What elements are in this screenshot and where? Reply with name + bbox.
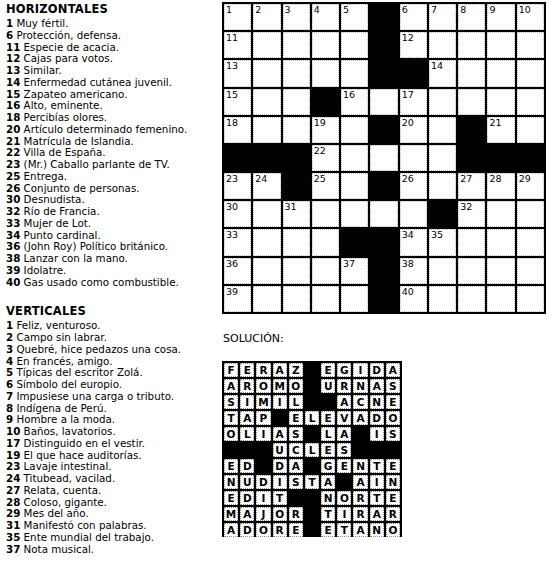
puzzle-cell-r3c1: 13 bbox=[224, 60, 251, 86]
puzzle-cell-r7c9: 27 bbox=[458, 173, 485, 199]
cell-number-3: 3 bbox=[285, 4, 291, 15]
cell-number-5: 5 bbox=[343, 4, 349, 15]
solution-cell-r4c9: A bbox=[353, 411, 367, 425]
solution-cell-r9c7: N bbox=[321, 491, 335, 505]
solution-cell-r8c3: D bbox=[256, 475, 270, 489]
puzzle-black-cell-r6c11 bbox=[517, 145, 544, 171]
puzzle-cell-r2c8 bbox=[429, 32, 456, 58]
clue-text: Protección, defensa. bbox=[13, 29, 121, 41]
clue-number: 18 bbox=[6, 111, 20, 123]
clue-text: Cajas para votos. bbox=[20, 52, 113, 64]
clue-text: Lanzar con la mano. bbox=[20, 252, 128, 264]
puzzle-cell-r5c3 bbox=[283, 117, 310, 143]
solution-cell-r6c8: S bbox=[337, 443, 351, 457]
puzzle-black-cell-r6c10 bbox=[487, 145, 514, 171]
puzzle-black-cell-r7c6 bbox=[370, 173, 397, 199]
puzzle-cell-r9c9 bbox=[458, 229, 485, 255]
puzzle-cell-r1c2: 2 bbox=[253, 4, 280, 30]
puzzle-black-cell-r4c4 bbox=[312, 89, 339, 115]
cell-number-36: 36 bbox=[226, 258, 238, 269]
puzzle-cell-r11c2 bbox=[253, 286, 280, 312]
cell-number-24: 24 bbox=[255, 173, 267, 184]
puzzle-cell-r8c10 bbox=[487, 201, 514, 227]
down-title: VERTICALES bbox=[6, 305, 220, 318]
solution-cell-r3c11: E bbox=[386, 395, 400, 409]
puzzle-cell-r10c3 bbox=[283, 258, 310, 284]
solution-cell-r11c4: R bbox=[273, 523, 287, 537]
solution-cell-r9c9: R bbox=[353, 491, 367, 505]
solution-cell-r3c9: C bbox=[353, 395, 367, 409]
clue-text: Campo sin labrar. bbox=[13, 331, 107, 343]
puzzle-black-cell-r7c3 bbox=[283, 173, 310, 199]
solution-cell-r11c5: E bbox=[289, 523, 303, 537]
solution-black-cell-r6c2 bbox=[240, 443, 254, 457]
solution-cell-r8c10: I bbox=[370, 475, 384, 489]
solution-black-cell-r8c8 bbox=[337, 475, 351, 489]
puzzle-cell-r4c8 bbox=[429, 89, 456, 115]
clue-text: (John Roy) Político británico. bbox=[20, 240, 168, 252]
puzzle-cell-r6c6 bbox=[370, 145, 397, 171]
clue-text: Relata, cuenta. bbox=[20, 484, 101, 496]
cell-number-21: 21 bbox=[489, 117, 501, 128]
clue-number: 26 bbox=[6, 182, 20, 194]
solution-black-cell-r6c3 bbox=[256, 443, 270, 457]
puzzle-cell-r3c2 bbox=[253, 60, 280, 86]
solution-black-cell-r4c4 bbox=[273, 411, 287, 425]
solution-cell-r9c11: E bbox=[386, 491, 400, 505]
clues-panel: HORIZONTALES 1 Muy fértil.6 Protección, … bbox=[6, 3, 220, 555]
clue-text: Punto cardinal. bbox=[20, 229, 100, 241]
solution-cell-r9c4: T bbox=[273, 491, 287, 505]
clue-number: 19 bbox=[6, 449, 20, 461]
puzzle-cell-r5c1: 18 bbox=[224, 117, 251, 143]
solution-cell-r4c7: E bbox=[321, 411, 335, 425]
puzzle-cell-r8c4 bbox=[312, 201, 339, 227]
solution-black-cell-r3c7 bbox=[321, 395, 335, 409]
solution-cell-r7c7: G bbox=[321, 459, 335, 473]
puzzle-cell-r8c6 bbox=[370, 201, 397, 227]
solution-black-cell-r2c6 bbox=[305, 379, 319, 393]
puzzle-black-cell-r5c6 bbox=[370, 117, 397, 143]
cell-number-15: 15 bbox=[226, 89, 238, 100]
puzzle-cell-r3c4 bbox=[312, 60, 339, 86]
clue-text: Manifestó con palabras. bbox=[20, 519, 146, 531]
clue-number: 27 bbox=[6, 484, 20, 496]
clue-text: Idolatre. bbox=[20, 264, 66, 276]
clue-number: 38 bbox=[6, 252, 20, 264]
solution-cell-r8c1: N bbox=[224, 475, 238, 489]
puzzle-cell-r1c9: 8 bbox=[458, 4, 485, 30]
puzzle-cell-r4c5: 16 bbox=[341, 89, 368, 115]
solution-black-cell-r5c6 bbox=[305, 427, 319, 441]
solution-cell-r6c5: C bbox=[289, 443, 303, 457]
solution-cell-r11c2: D bbox=[240, 523, 254, 537]
puzzle-cell-r1c1: 1 bbox=[224, 4, 251, 30]
solution-cell-r3c4: I bbox=[273, 395, 287, 409]
cell-number-11: 11 bbox=[226, 32, 238, 43]
puzzle-cell-r6c4: 22 bbox=[312, 145, 339, 171]
clue-text: Matrícula de Islandia. bbox=[20, 135, 133, 147]
solution-black-cell-r9c5 bbox=[289, 491, 303, 505]
solution-cell-r5c7: L bbox=[321, 427, 335, 441]
solution-cell-r5c11: S bbox=[386, 427, 400, 441]
solution-cell-r7c10: T bbox=[370, 459, 384, 473]
clue-text: Titubead, vacilad. bbox=[20, 472, 115, 484]
clue-text: Coloso, gigante. bbox=[20, 496, 107, 508]
cell-number-12: 12 bbox=[402, 32, 414, 43]
cell-number-20: 20 bbox=[402, 117, 414, 128]
clue-number: 21 bbox=[6, 135, 20, 147]
puzzle-cell-r9c2 bbox=[253, 229, 280, 255]
puzzle-cell-r4c2 bbox=[253, 89, 280, 115]
clue-number: 25 bbox=[6, 170, 20, 182]
solution-cell-r10c7: T bbox=[321, 507, 335, 521]
solution-cell-r4c11: O bbox=[386, 411, 400, 425]
clue-text: Conjunto de personas. bbox=[20, 182, 139, 194]
puzzle-cell-r9c11 bbox=[517, 229, 544, 255]
solution-black-cell-r3c6 bbox=[305, 395, 319, 409]
clue-text: Desnudista. bbox=[20, 193, 84, 205]
solution-cell-r3c1: S bbox=[224, 395, 238, 409]
puzzle-cell-r9c4 bbox=[312, 229, 339, 255]
solution-cell-r3c2: I bbox=[240, 395, 254, 409]
clue-number: 34 bbox=[6, 229, 20, 241]
clue-number: 13 bbox=[6, 64, 20, 76]
clue-text: Símbolo del europio. bbox=[13, 378, 122, 390]
puzzle-cell-r4c11 bbox=[517, 89, 544, 115]
solution-cell-r6c6: L bbox=[305, 443, 319, 457]
solution-cell-r7c2: D bbox=[240, 459, 254, 473]
solution-black-cell-r9c6 bbox=[305, 491, 319, 505]
puzzle-cell-r5c11 bbox=[517, 117, 544, 143]
puzzle-black-cell-r3c6 bbox=[370, 60, 397, 86]
cell-number-26: 26 bbox=[402, 173, 414, 184]
clue-number: 35 bbox=[6, 531, 20, 543]
clue-down-37: 37 Nota musical. bbox=[6, 544, 220, 556]
solution-cell-r5c5: S bbox=[289, 427, 303, 441]
puzzle-cell-r11c5 bbox=[341, 286, 368, 312]
clue-number: 16 bbox=[6, 99, 20, 111]
cell-number-37: 37 bbox=[343, 258, 355, 269]
puzzle-cell-r11c1: 39 bbox=[224, 286, 251, 312]
puzzle-black-cell-r9c5 bbox=[341, 229, 368, 255]
solution-cell-r8c9: A bbox=[353, 475, 367, 489]
solution-black-cell-r1c6 bbox=[305, 363, 319, 377]
cell-number-40: 40 bbox=[402, 286, 414, 297]
solution-cell-r3c8: A bbox=[337, 395, 351, 409]
solution-cell-r2c10: A bbox=[370, 379, 384, 393]
cell-number-29: 29 bbox=[519, 173, 531, 184]
solution-black-cell-r6c10 bbox=[370, 443, 384, 457]
cell-number-4: 4 bbox=[314, 4, 320, 15]
solution-cell-r11c3: O bbox=[256, 523, 270, 537]
solution-black-cell-r6c1 bbox=[224, 443, 238, 457]
cell-number-16: 16 bbox=[343, 89, 355, 100]
solution-cell-r11c7: E bbox=[321, 523, 335, 537]
cell-number-39: 39 bbox=[226, 286, 238, 297]
solution-cell-r10c5: R bbox=[289, 507, 303, 521]
puzzle-black-cell-r2c6 bbox=[370, 32, 397, 58]
cell-number-14: 14 bbox=[431, 60, 443, 71]
puzzle-cell-r5c10: 21 bbox=[487, 117, 514, 143]
clue-text: Quebré, hice pedazos una cosa. bbox=[13, 343, 181, 355]
puzzle-cell-r3c9 bbox=[458, 60, 485, 86]
puzzle-cell-r3c5 bbox=[341, 60, 368, 86]
clue-text: Baños, lavatorios. bbox=[20, 425, 115, 437]
puzzle-cell-r6c5 bbox=[341, 145, 368, 171]
puzzle-black-cell-r3c7 bbox=[400, 60, 427, 86]
solution-cell-r5c2: L bbox=[240, 427, 254, 441]
solution-cell-r9c8: O bbox=[337, 491, 351, 505]
puzzle-black-cell-r5c9 bbox=[458, 117, 485, 143]
puzzle-cell-r5c7: 20 bbox=[400, 117, 427, 143]
clue-text: Zapateo americano. bbox=[20, 88, 127, 100]
puzzle-cell-r2c11 bbox=[517, 32, 544, 58]
puzzle-cell-r11c7: 40 bbox=[400, 286, 427, 312]
solution-cell-r1c4: A bbox=[273, 363, 287, 377]
solution-cell-r2c7: U bbox=[321, 379, 335, 393]
cell-number-9: 9 bbox=[489, 4, 495, 15]
clue-text: Indígena de Perú. bbox=[13, 402, 107, 414]
puzzle-cell-r11c11 bbox=[517, 286, 544, 312]
clue-text: Hombre a la moda. bbox=[13, 413, 115, 425]
solution-cell-r4c6: L bbox=[305, 411, 319, 425]
solution-cell-r1c10: D bbox=[370, 363, 384, 377]
cell-number-25: 25 bbox=[314, 173, 326, 184]
solution-cell-r2c5: O bbox=[289, 379, 303, 393]
puzzle-cell-r2c7: 12 bbox=[400, 32, 427, 58]
clue-number: 36 bbox=[6, 240, 20, 252]
clue-text: Similar. bbox=[20, 64, 61, 76]
clue-text: Alto, eminente. bbox=[20, 99, 102, 111]
puzzle-cell-r10c9 bbox=[458, 258, 485, 284]
solution-cell-r1c7: E bbox=[321, 363, 335, 377]
cell-number-19: 19 bbox=[314, 117, 326, 128]
puzzle-black-cell-r8c8 bbox=[429, 201, 456, 227]
clue-text: Villa de España. bbox=[20, 146, 105, 158]
puzzle-black-cell-r1c6 bbox=[370, 4, 397, 30]
clue-text: Feliz, venturoso. bbox=[13, 319, 100, 331]
puzzle-cell-r1c3: 3 bbox=[283, 4, 310, 30]
solution-cell-r2c8: R bbox=[337, 379, 351, 393]
puzzle-cell-r7c1: 23 bbox=[224, 173, 251, 199]
puzzle-cell-r4c9 bbox=[458, 89, 485, 115]
puzzle-cell-r7c5 bbox=[341, 173, 368, 199]
solution-cell-r1c8: G bbox=[337, 363, 351, 377]
cell-number-18: 18 bbox=[226, 117, 238, 128]
puzzle-cell-r5c2 bbox=[253, 117, 280, 143]
solution-cell-r11c10: N bbox=[370, 523, 384, 537]
puzzle-cell-r1c5: 5 bbox=[341, 4, 368, 30]
solution-cell-r5c1: O bbox=[224, 427, 238, 441]
clue-number: 20 bbox=[6, 123, 20, 135]
solution-cell-r1c5: Z bbox=[289, 363, 303, 377]
cell-number-22: 22 bbox=[314, 145, 326, 156]
puzzle-cell-r3c8: 14 bbox=[429, 60, 456, 86]
puzzle-cell-r3c11 bbox=[517, 60, 544, 86]
clue-text: Enfermedad cutánea juvenil. bbox=[20, 76, 172, 88]
solution-cell-r4c1: T bbox=[224, 411, 238, 425]
solution-cell-r7c8: E bbox=[337, 459, 351, 473]
puzzle-cell-r3c3 bbox=[283, 60, 310, 86]
clue-number: 37 bbox=[6, 543, 20, 555]
cell-number-27: 27 bbox=[460, 173, 472, 184]
puzzle-cell-r5c5 bbox=[341, 117, 368, 143]
solution-black-cell-r7c3 bbox=[256, 459, 270, 473]
clue-text: Percibías olores. bbox=[20, 111, 107, 123]
clue-number: 31 bbox=[6, 519, 20, 531]
clue-number: 23 bbox=[6, 460, 20, 472]
solution-black-cell-r11c6 bbox=[305, 523, 319, 537]
puzzle-cell-r4c3 bbox=[283, 89, 310, 115]
cell-number-23: 23 bbox=[226, 173, 238, 184]
solution-cell-r10c11: R bbox=[386, 507, 400, 521]
solution-cell-r6c7: E bbox=[321, 443, 335, 457]
cell-number-28: 28 bbox=[489, 173, 501, 184]
solution-cell-r8c6: T bbox=[305, 475, 319, 489]
solution-cell-r8c2: U bbox=[240, 475, 254, 489]
solution-black-cell-r5c9 bbox=[353, 427, 367, 441]
puzzle-cell-r7c8 bbox=[429, 173, 456, 199]
clue-number: 12 bbox=[6, 52, 20, 64]
puzzle-cell-r8c1: 30 bbox=[224, 201, 251, 227]
solution-cell-r10c8: I bbox=[337, 507, 351, 521]
solution-black-cell-r7c6 bbox=[305, 459, 319, 473]
puzzle-cell-r11c10 bbox=[487, 286, 514, 312]
puzzle-cell-r9c8: 35 bbox=[429, 229, 456, 255]
cell-number-31: 31 bbox=[285, 201, 297, 212]
solution-cell-r5c8: A bbox=[337, 427, 351, 441]
clue-text: El que hace auditorías. bbox=[20, 449, 141, 461]
across-clue-list: 1 Muy fértil.6 Protección, defensa.11 Es… bbox=[6, 18, 220, 288]
puzzle-cell-r10c8 bbox=[429, 258, 456, 284]
solution-cell-r11c9: A bbox=[353, 523, 367, 537]
solution-black-cell-r10c6 bbox=[305, 507, 319, 521]
solution-cell-r4c8: V bbox=[337, 411, 351, 425]
solution-cell-r2c1: A bbox=[224, 379, 238, 393]
solution-cell-r9c2: D bbox=[240, 491, 254, 505]
puzzle-black-cell-r9c6 bbox=[370, 229, 397, 255]
solution-cell-r10c4: O bbox=[273, 507, 287, 521]
puzzle-cell-r4c7: 17 bbox=[400, 89, 427, 115]
solution-cell-r11c8: T bbox=[337, 523, 351, 537]
clue-number: 14 bbox=[6, 76, 20, 88]
puzzle-cell-r2c9 bbox=[458, 32, 485, 58]
puzzle-cell-r10c2 bbox=[253, 258, 280, 284]
solution-cell-r11c11: O bbox=[386, 523, 400, 537]
puzzle-cell-r7c11: 29 bbox=[517, 173, 544, 199]
puzzle-cell-r4c6 bbox=[370, 89, 397, 115]
across-title: HORIZONTALES bbox=[6, 3, 220, 16]
solution-black-cell-r6c11 bbox=[386, 443, 400, 457]
cell-number-17: 17 bbox=[402, 89, 414, 100]
solution-cell-r6c4: U bbox=[273, 443, 287, 457]
clue-number: 28 bbox=[6, 496, 20, 508]
clue-text: Artículo determinado femenino. bbox=[20, 123, 187, 135]
clue-number: 39 bbox=[6, 264, 20, 276]
puzzle-cell-r4c1: 15 bbox=[224, 89, 251, 115]
solution-cell-r7c5: A bbox=[289, 459, 303, 473]
cell-number-34: 34 bbox=[402, 229, 414, 240]
puzzle-cell-r10c1: 36 bbox=[224, 258, 251, 284]
puzzle-cell-r10c7: 38 bbox=[400, 258, 427, 284]
solution-cell-r10c3: J bbox=[256, 507, 270, 521]
clue-text: En francés, amigo. bbox=[13, 355, 112, 367]
puzzle-cell-r8c7 bbox=[400, 201, 427, 227]
puzzle-black-cell-r6c2 bbox=[253, 145, 280, 171]
solution-cell-r2c3: O bbox=[256, 379, 270, 393]
cell-number-35: 35 bbox=[431, 229, 443, 240]
clue-number: 15 bbox=[6, 88, 20, 100]
solution-cell-r5c10: I bbox=[370, 427, 384, 441]
solution-cell-r10c1: M bbox=[224, 507, 238, 521]
clue-text: Distinguido en el vestir. bbox=[20, 437, 145, 449]
solution-cell-r3c10: N bbox=[370, 395, 384, 409]
solution-cell-r10c2: A bbox=[240, 507, 254, 521]
puzzle-cell-r9c3 bbox=[283, 229, 310, 255]
cell-number-30: 30 bbox=[226, 201, 238, 212]
puzzle-cell-r8c9: 32 bbox=[458, 201, 485, 227]
clue-text: Río de Francia. bbox=[20, 205, 99, 217]
puzzle-grid: 1234567891011121314151617181920212223242… bbox=[222, 2, 546, 314]
cell-number-8: 8 bbox=[460, 4, 466, 15]
puzzle-cell-r8c2 bbox=[253, 201, 280, 227]
puzzle-cell-r7c7: 26 bbox=[400, 173, 427, 199]
solution-cell-r9c1: E bbox=[224, 491, 238, 505]
puzzle-cell-r1c8: 7 bbox=[429, 4, 456, 30]
solution-cell-r4c5: E bbox=[289, 411, 303, 425]
puzzle-cell-r11c4 bbox=[312, 286, 339, 312]
clue-text: Lavaje intestinal. bbox=[20, 460, 111, 472]
solution-cell-r8c4: I bbox=[273, 475, 287, 489]
solution-cell-r3c5: L bbox=[289, 395, 303, 409]
solution-cell-r7c11: E bbox=[386, 459, 400, 473]
solution-cell-r1c2: E bbox=[240, 363, 254, 377]
puzzle-cell-r5c8 bbox=[429, 117, 456, 143]
clue-text: Típicas del escritor Zolá. bbox=[13, 366, 143, 378]
down-clue-list: 1 Feliz, venturoso.2 Campo sin labrar.3 … bbox=[6, 320, 220, 555]
clue-number: 40 bbox=[6, 276, 20, 288]
puzzle-cell-r11c3 bbox=[283, 286, 310, 312]
cell-number-7: 7 bbox=[431, 4, 437, 15]
puzzle-black-cell-r6c1 bbox=[224, 145, 251, 171]
solution-cell-r8c11: N bbox=[386, 475, 400, 489]
solution-cell-r2c9: N bbox=[353, 379, 367, 393]
solution-cell-r9c3: I bbox=[256, 491, 270, 505]
puzzle-cell-r10c5: 37 bbox=[341, 258, 368, 284]
cell-number-38: 38 bbox=[402, 258, 414, 269]
solution-cell-r7c4: D bbox=[273, 459, 287, 473]
clue-number: 29 bbox=[6, 507, 20, 519]
clue-number: 30 bbox=[6, 193, 20, 205]
clue-text: Muy fértil. bbox=[13, 17, 68, 29]
solution-cell-r5c3: I bbox=[256, 427, 270, 441]
puzzle-cell-r4c10 bbox=[487, 89, 514, 115]
puzzle-cell-r6c7 bbox=[400, 145, 427, 171]
solution-cell-r7c9: N bbox=[353, 459, 367, 473]
puzzle-cell-r1c4: 4 bbox=[312, 4, 339, 30]
solution-cell-r4c10: D bbox=[370, 411, 384, 425]
puzzle-black-cell-r11c6 bbox=[370, 286, 397, 312]
cell-number-33: 33 bbox=[226, 229, 238, 240]
solution-cell-r11c1: A bbox=[224, 523, 238, 537]
clue-number: 32 bbox=[6, 205, 20, 217]
puzzle-cell-r7c4: 25 bbox=[312, 173, 339, 199]
clue-text: Ente mundial del trabajo. bbox=[20, 531, 154, 543]
clue-number: 22 bbox=[6, 146, 20, 158]
puzzle-cell-r11c8 bbox=[429, 286, 456, 312]
puzzle-cell-r5c4: 19 bbox=[312, 117, 339, 143]
